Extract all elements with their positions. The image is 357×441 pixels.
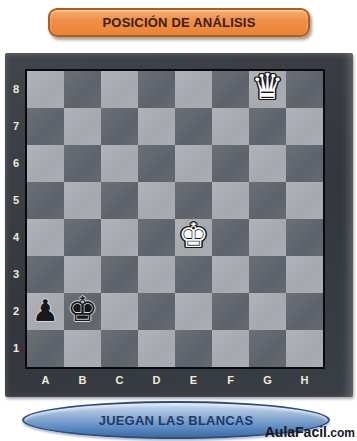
watermark: AulaFacil.com [265, 423, 355, 441]
square-g3 [249, 256, 286, 293]
square-d1 [138, 330, 175, 367]
square-h1 [286, 330, 323, 367]
square-g6 [249, 145, 286, 182]
square-c4 [101, 219, 138, 256]
square-h5 [286, 182, 323, 219]
file-label-f: F [212, 367, 249, 393]
black-king: ♚ [67, 291, 97, 328]
square-g2 [249, 293, 286, 330]
square-d2 [138, 293, 175, 330]
square-d8 [138, 71, 175, 108]
square-a1 [27, 330, 64, 367]
square-c7 [101, 108, 138, 145]
rank-label-1: 1 [5, 330, 27, 367]
square-f1 [212, 330, 249, 367]
square-a5 [27, 182, 64, 219]
square-g8: ♛ [249, 71, 286, 108]
chess-board-frame: 87654321 ♛♚♟♚ ABCDEFGH [5, 53, 353, 397]
file-labels: ABCDEFGH [27, 367, 323, 393]
square-a6 [27, 145, 64, 182]
square-e1 [175, 330, 212, 367]
analysis-banner-label: POSICIÓN DE ANÁLISIS [102, 15, 255, 30]
square-d5 [138, 182, 175, 219]
white-king: ♚ [178, 217, 208, 254]
square-f5 [212, 182, 249, 219]
square-a8 [27, 71, 64, 108]
watermark-name: AulaFacil [265, 424, 327, 440]
rank-labels: 87654321 [5, 71, 27, 367]
file-label-b: B [64, 367, 101, 393]
square-h8 [286, 71, 323, 108]
square-a3 [27, 256, 64, 293]
square-e3 [175, 256, 212, 293]
black-pawn: ♟ [32, 292, 59, 329]
rank-label-7: 7 [5, 108, 27, 145]
square-e2 [175, 293, 212, 330]
square-b2: ♚ [64, 293, 101, 330]
chess-lesson-diagram: POSICIÓN DE ANÁLISIS 87654321 ♛♚♟♚ ABCDE… [0, 0, 357, 441]
square-e4: ♚ [175, 219, 212, 256]
rank-label-6: 6 [5, 145, 27, 182]
square-a7 [27, 108, 64, 145]
square-f2 [212, 293, 249, 330]
square-h2 [286, 293, 323, 330]
square-d6 [138, 145, 175, 182]
square-c3 [101, 256, 138, 293]
watermark-tld: .com [327, 426, 355, 440]
chess-board: ♛♚♟♚ [27, 71, 323, 367]
square-c8 [101, 71, 138, 108]
square-d3 [138, 256, 175, 293]
square-a2: ♟ [27, 293, 64, 330]
square-e5 [175, 182, 212, 219]
square-d4 [138, 219, 175, 256]
square-h7 [286, 108, 323, 145]
file-label-c: C [101, 367, 138, 393]
square-b3 [64, 256, 101, 293]
square-b1 [64, 330, 101, 367]
square-e6 [175, 145, 212, 182]
square-c2 [101, 293, 138, 330]
square-b4 [64, 219, 101, 256]
square-f4 [212, 219, 249, 256]
file-label-g: G [249, 367, 286, 393]
square-g5 [249, 182, 286, 219]
square-d7 [138, 108, 175, 145]
square-b5 [64, 182, 101, 219]
turn-banner-label: JUEGAN LAS BLANCAS [99, 413, 254, 428]
square-h6 [286, 145, 323, 182]
square-f3 [212, 256, 249, 293]
square-c5 [101, 182, 138, 219]
square-f8 [212, 71, 249, 108]
square-e7 [175, 108, 212, 145]
square-f7 [212, 108, 249, 145]
file-label-e: E [175, 367, 212, 393]
file-label-a: A [27, 367, 64, 393]
square-b7 [64, 108, 101, 145]
square-h3 [286, 256, 323, 293]
analysis-banner: POSICIÓN DE ANÁLISIS [48, 8, 310, 37]
rank-label-5: 5 [5, 182, 27, 219]
square-c6 [101, 145, 138, 182]
square-a4 [27, 219, 64, 256]
rank-label-4: 4 [5, 219, 27, 256]
square-f6 [212, 145, 249, 182]
square-c1 [101, 330, 138, 367]
square-b6 [64, 145, 101, 182]
file-label-d: D [138, 367, 175, 393]
rank-label-8: 8 [5, 71, 27, 108]
square-b8 [64, 71, 101, 108]
square-g7 [249, 108, 286, 145]
rank-label-3: 3 [5, 256, 27, 293]
file-label-h: H [286, 367, 323, 393]
square-g1 [249, 330, 286, 367]
square-h4 [286, 219, 323, 256]
square-e8 [175, 71, 212, 108]
white-queen: ♛ [251, 68, 283, 105]
square-g4 [249, 219, 286, 256]
rank-label-2: 2 [5, 293, 27, 330]
